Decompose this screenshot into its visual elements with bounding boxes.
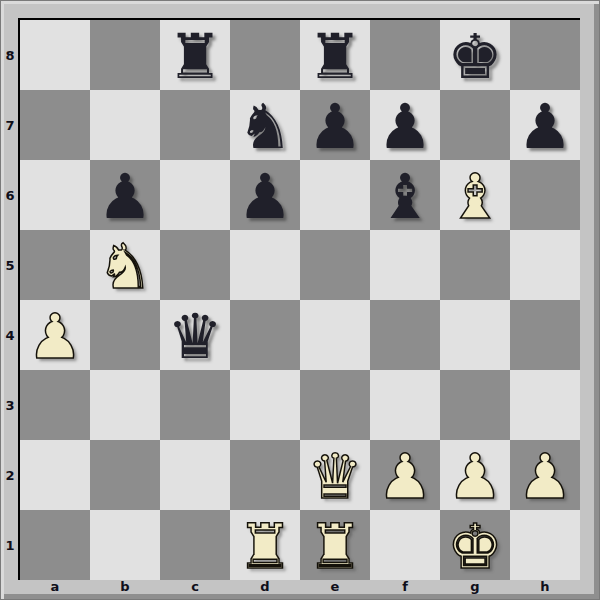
file-label-h: h [510,580,580,595]
square-b6[interactable]: ♟ [90,160,160,230]
square-c3[interactable] [160,370,230,440]
square-b4[interactable] [90,300,160,370]
square-b1[interactable] [90,510,160,580]
square-g1[interactable]: ♚ [440,510,510,580]
black-king-icon: ♚ [440,20,510,90]
black-pawn-icon: ♟ [510,90,580,160]
square-c2[interactable] [160,440,230,510]
black-pawn-icon: ♟ [90,160,160,230]
rank-label-8: 8 [2,20,18,90]
black-rook-icon: ♜ [300,20,370,90]
square-f7[interactable]: ♟ [370,90,440,160]
file-label-a: a [20,580,90,595]
black-queen-icon: ♛ [160,300,230,370]
square-f4[interactable] [370,300,440,370]
rank-label-3: 3 [2,370,18,440]
white-queen-icon: ♛ [300,440,370,510]
square-c7[interactable] [160,90,230,160]
square-e2[interactable]: ♛ [300,440,370,510]
square-c1[interactable] [160,510,230,580]
square-e6[interactable] [300,160,370,230]
square-g4[interactable] [440,300,510,370]
square-d1[interactable]: ♜ [230,510,300,580]
square-d2[interactable] [230,440,300,510]
black-knight-icon: ♞ [230,90,300,160]
square-d7[interactable]: ♞ [230,90,300,160]
square-b2[interactable] [90,440,160,510]
square-a7[interactable] [20,90,90,160]
square-g8[interactable]: ♚ [440,20,510,90]
square-g3[interactable] [440,370,510,440]
square-h8[interactable] [510,20,580,90]
square-h7[interactable]: ♟ [510,90,580,160]
black-pawn-icon: ♟ [370,90,440,160]
square-d3[interactable] [230,370,300,440]
file-label-e: e [300,580,370,595]
square-f3[interactable] [370,370,440,440]
white-bishop-icon: ♝ [440,160,510,230]
white-pawn-icon: ♟ [370,440,440,510]
square-h3[interactable] [510,370,580,440]
rank-label-2: 2 [2,440,18,510]
chess-diagram-frame: 87654321 ♜♜♚♞♟♟♟♟♟♝♝♞♟♛♛♟♟♟♜♜♚ abcdefgh [0,0,600,600]
square-a2[interactable] [20,440,90,510]
square-g7[interactable] [440,90,510,160]
square-e4[interactable] [300,300,370,370]
square-d5[interactable] [230,230,300,300]
white-king-icon: ♚ [440,510,510,580]
square-h4[interactable] [510,300,580,370]
square-a8[interactable] [20,20,90,90]
square-f5[interactable] [370,230,440,300]
square-a5[interactable] [20,230,90,300]
white-pawn-icon: ♟ [440,440,510,510]
rank-label-6: 6 [2,160,18,230]
square-c4[interactable]: ♛ [160,300,230,370]
square-c6[interactable] [160,160,230,230]
square-h6[interactable] [510,160,580,230]
black-rook-icon: ♜ [160,20,230,90]
black-pawn-icon: ♟ [230,160,300,230]
square-b5[interactable]: ♞ [90,230,160,300]
white-pawn-icon: ♟ [510,440,580,510]
file-label-f: f [370,580,440,595]
square-a4[interactable]: ♟ [20,300,90,370]
square-f8[interactable] [370,20,440,90]
rank-label-5: 5 [2,230,18,300]
white-rook-icon: ♜ [230,510,300,580]
square-e1[interactable]: ♜ [300,510,370,580]
square-g6[interactable]: ♝ [440,160,510,230]
square-h1[interactable] [510,510,580,580]
square-a1[interactable] [20,510,90,580]
square-b7[interactable] [90,90,160,160]
square-f2[interactable]: ♟ [370,440,440,510]
rank-label-7: 7 [2,90,18,160]
square-e3[interactable] [300,370,370,440]
square-g5[interactable] [440,230,510,300]
square-d6[interactable]: ♟ [230,160,300,230]
square-f6[interactable]: ♝ [370,160,440,230]
square-b3[interactable] [90,370,160,440]
file-label-d: d [230,580,300,595]
square-e7[interactable]: ♟ [300,90,370,160]
square-e5[interactable] [300,230,370,300]
square-d8[interactable] [230,20,300,90]
rank-label-4: 4 [2,300,18,370]
file-label-g: g [440,580,510,595]
square-a3[interactable] [20,370,90,440]
square-g2[interactable]: ♟ [440,440,510,510]
square-b8[interactable] [90,20,160,90]
square-c8[interactable]: ♜ [160,20,230,90]
black-bishop-icon: ♝ [370,160,440,230]
white-pawn-icon: ♟ [20,300,90,370]
square-e8[interactable]: ♜ [300,20,370,90]
square-h2[interactable]: ♟ [510,440,580,510]
rank-labels: 87654321 [2,20,18,580]
black-pawn-icon: ♟ [300,90,370,160]
square-d4[interactable] [230,300,300,370]
square-h5[interactable] [510,230,580,300]
file-label-c: c [160,580,230,595]
white-rook-icon: ♜ [300,510,370,580]
square-c5[interactable] [160,230,230,300]
square-f1[interactable] [370,510,440,580]
square-a6[interactable] [20,160,90,230]
white-knight-icon: ♞ [90,230,160,300]
file-labels: abcdefgh [20,580,580,595]
rank-label-1: 1 [2,510,18,580]
file-label-b: b [90,580,160,595]
chess-board: ♜♜♚♞♟♟♟♟♟♝♝♞♟♛♛♟♟♟♜♜♚ [18,18,580,580]
